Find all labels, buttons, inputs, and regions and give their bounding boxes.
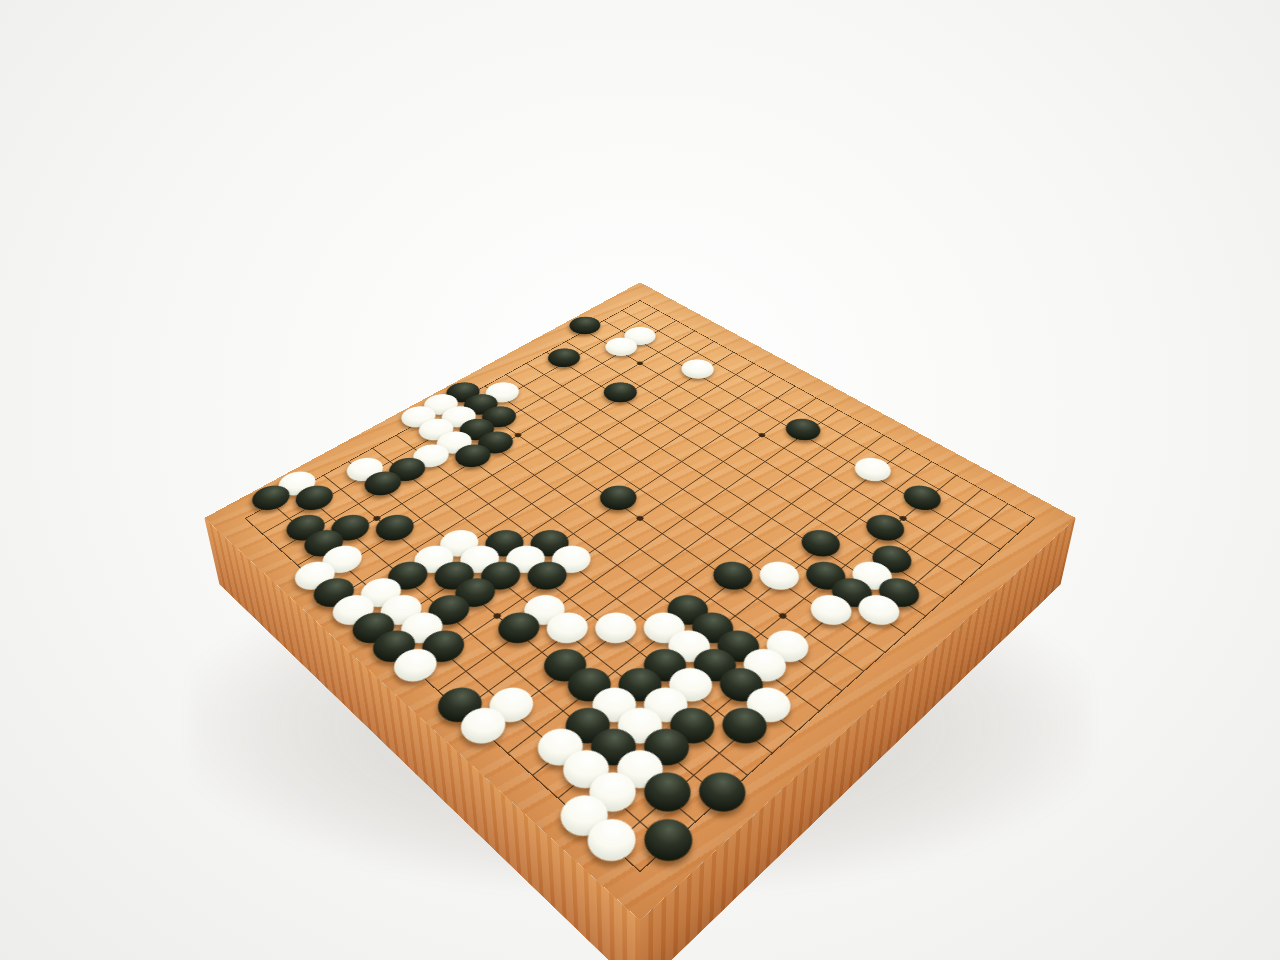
white-stone[interactable] <box>752 555 807 595</box>
star-point <box>757 432 766 438</box>
black-stone[interactable] <box>794 524 848 562</box>
board-grid[interactable] <box>245 300 1036 872</box>
star-point <box>635 515 645 522</box>
black-stone[interactable] <box>779 414 828 445</box>
star-point <box>636 360 645 365</box>
black-stone[interactable] <box>896 480 948 515</box>
white-stone[interactable] <box>587 606 645 649</box>
black-stone[interactable] <box>541 344 586 371</box>
black-stone[interactable] <box>705 555 760 595</box>
star-point <box>492 611 503 619</box>
photo-background <box>0 0 1280 960</box>
black-stone[interactable] <box>592 480 644 515</box>
board-3d-wrapper <box>204 282 1075 920</box>
black-stone[interactable] <box>563 313 607 338</box>
black-stone[interactable] <box>635 810 703 869</box>
black-stone[interactable] <box>690 764 755 819</box>
scene <box>0 0 1280 960</box>
white-stone[interactable] <box>675 355 721 382</box>
black-stone[interactable] <box>597 378 644 406</box>
go-board[interactable] <box>204 282 1075 920</box>
star-point <box>513 432 522 438</box>
black-stone[interactable] <box>368 509 421 546</box>
white-stone[interactable] <box>847 453 897 486</box>
star-point <box>777 611 788 619</box>
black-stone[interactable] <box>859 509 912 546</box>
